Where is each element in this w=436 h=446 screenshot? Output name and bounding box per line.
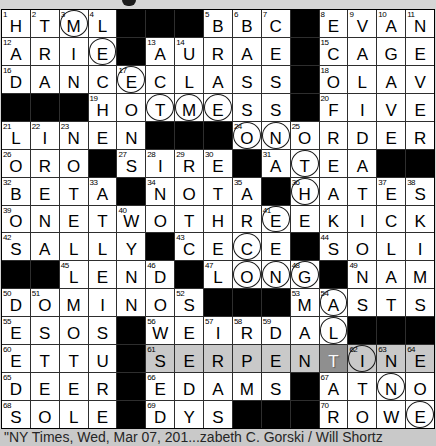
cell-r2c14[interactable]: G [377,38,405,65]
cell-letter: E [320,158,348,176]
cell-r13c1[interactable]: 60E [2,345,30,372]
cell-letter: N [60,74,88,92]
cell-r15c14[interactable]: W [377,401,405,428]
cell-letter: E [117,74,145,92]
cell-letter: E [89,46,117,64]
cell-r8c2[interactable]: N [31,206,59,233]
cell-letter: A [291,325,319,343]
cell-r5c10[interactable]: N [262,122,290,149]
cell-r5c13[interactable]: D [348,122,376,149]
cell-letter: S [117,158,145,176]
cell-r12c10[interactable]: 59D [262,317,290,344]
cell-letter: G [377,46,405,64]
cell-letter: A [204,381,232,399]
cell-letter: N [117,269,145,287]
cell-r13c15[interactable]: 64E [406,345,434,372]
cell-letter: M [406,269,434,287]
cell-letter: I [89,297,117,315]
cell-r9c2[interactable]: A [31,233,59,260]
cell-letter: O [320,74,348,92]
cell-letter: Y [117,241,145,259]
cell-r12c12[interactable]: L [320,317,348,344]
cell-r12c9[interactable]: 58R [233,317,261,344]
cell-letter: T [146,102,174,120]
cell-r10c14[interactable]: A [377,261,405,288]
cell-r6c11[interactable]: T [291,150,319,177]
cell-r6c4 [89,150,117,177]
cell-r2c10[interactable]: E [262,38,290,65]
cell-letter: M [291,297,319,315]
cell-letter: A [233,46,261,64]
cell-r7c9[interactable]: 35A [233,178,261,205]
cell-r1c15[interactable]: 11N [406,10,434,37]
cell-r9c7[interactable]: 43C [175,233,203,260]
cell-r1c11 [291,10,319,37]
cell-r6c7[interactable]: 29R [175,150,203,177]
cell-r13c13[interactable]: 62I [348,345,376,372]
cell-r8c10[interactable]: 41E [262,206,290,233]
cell-r2c1[interactable]: 12A [2,38,30,65]
cell-r15c3[interactable]: L [60,401,88,428]
cell-r14c1[interactable]: 65D [2,373,30,400]
cell-letter: D [2,297,30,315]
cell-r9c10[interactable]: E [262,233,290,260]
cell-r7c6[interactable]: 34N [146,178,174,205]
cell-r10c10[interactable]: N [262,261,290,288]
cell-r11c11[interactable]: 53M [291,289,319,316]
cell-r7c7[interactable]: O [175,178,203,205]
cell-r4c7[interactable]: M [175,94,203,121]
cell-r1c5 [117,10,145,37]
cell-letter: S [2,241,30,259]
cell-r10c13[interactable]: 49N [348,261,376,288]
cell-r8c11[interactable]: E [291,206,319,233]
cell-r12c3[interactable]: O [60,317,88,344]
cell-r11c2[interactable]: 51O [31,289,59,316]
cell-r2c5 [117,38,145,65]
cell-r4c8[interactable]: E [204,94,232,121]
cell-letter: R [175,158,203,176]
cell-r12c1[interactable]: 55E [2,317,30,344]
cell-r3c15[interactable]: V [406,66,434,93]
cell-r5c4[interactable]: E [89,122,117,149]
cell-letter: G [291,269,319,287]
cell-r8c7[interactable]: T [175,206,203,233]
cell-letter: N [348,269,376,287]
cell-r4c1 [2,94,30,121]
cell-r11c6[interactable]: O [146,289,174,316]
cell-r7c3[interactable]: T [60,178,88,205]
cell-r7c11[interactable]: 36H [291,178,319,205]
cell-r13c6[interactable]: 61S [146,345,174,372]
cell-r12c8[interactable]: 57I [204,317,232,344]
cell-letter: K [406,213,434,231]
cell-r7c5 [117,178,145,205]
cell-r6c6[interactable]: 28I [146,150,174,177]
cell-letter: N [146,186,174,204]
cell-r5c3[interactable]: 23N [60,122,88,149]
cell-r1c8[interactable]: 5B [204,10,232,37]
cell-r1c4[interactable]: 4L [89,10,117,37]
cell-letter: D [2,74,30,92]
cell-letter: I [406,241,434,259]
cell-r7c15[interactable]: 38S [406,178,434,205]
cell-r1c2[interactable]: 2T [31,10,59,37]
cell-r11c1[interactable]: 50D [2,289,30,316]
cell-r4c12[interactable]: 20F [320,94,348,121]
cell-r10c11[interactable]: 48G [291,261,319,288]
cell-letter: E [406,409,434,427]
cell-r2c4[interactable]: E [89,38,117,65]
cell-r6c14 [377,150,405,177]
cell-r10c6[interactable]: 46D [146,261,174,288]
cell-r14c15[interactable]: O [406,373,434,400]
cell-r7c12[interactable]: A [320,178,348,205]
cell-r9c13[interactable]: O [348,233,376,260]
cell-r11c12[interactable]: 54A [320,289,348,316]
cell-r11c14[interactable]: T [377,289,405,316]
cell-r8c1[interactable]: 39O [2,206,30,233]
cell-letter: E [2,353,30,371]
cell-r14c14[interactable]: N [377,373,405,400]
cell-r3c6[interactable]: C [146,66,174,93]
cell-letter: E [204,241,232,259]
cell-r12c14 [377,317,405,344]
cell-r11c7[interactable]: 52S [175,289,203,316]
cell-letter: S [146,353,174,371]
cell-letter: L [348,74,376,92]
cell-r14c9[interactable]: M [233,373,261,400]
cell-r8c13[interactable]: I [348,206,376,233]
cell-letter: U [175,46,203,64]
cell-r13c10[interactable]: E [262,345,290,372]
cell-r5c15[interactable]: R [406,122,434,149]
cell-letter: A [377,74,405,92]
cell-r12c11[interactable]: A [291,317,319,344]
cell-letter: R [31,158,59,176]
cell-r11c9 [233,289,261,316]
cell-r14c7[interactable]: D [175,373,203,400]
cell-r9c3[interactable]: L [60,233,88,260]
cell-r3c13[interactable]: L [348,66,376,93]
cell-letter: O [146,297,174,315]
cell-letter: E [406,46,434,64]
cell-r9c5[interactable]: Y [117,233,145,260]
cell-r14c3[interactable]: E [60,373,88,400]
cell-r13c14[interactable]: 63N [377,345,405,372]
cell-r10c4[interactable]: E [89,261,117,288]
cell-r8c9[interactable]: R [233,206,261,233]
cell-letter: D [2,381,30,399]
cell-r1c12[interactable]: 8E [320,10,348,37]
cell-r2c9[interactable]: A [233,38,261,65]
cell-letter: E [204,102,232,120]
cell-letter: D [262,325,290,343]
cell-r12c7[interactable]: E [175,317,203,344]
cell-r12c6[interactable]: 56W [146,317,174,344]
cell-letter: T [60,353,88,371]
cell-r5c12[interactable]: R [320,122,348,149]
cell-letter: R [320,409,348,427]
cell-letter: K [320,213,348,231]
cell-r9c4[interactable]: L [89,233,117,260]
cell-r11c13[interactable]: S [348,289,376,316]
cell-r15c7[interactable]: Y [175,401,203,428]
cell-r7c4[interactable]: 33A [89,178,117,205]
cell-r15c4[interactable]: E [89,401,117,428]
cell-r4c9[interactable]: S [233,94,261,121]
cell-letter: U [89,353,117,371]
cell-letter: N [291,353,319,371]
cell-r3c5[interactable]: 17E [117,66,145,93]
cell-r1c14[interactable]: 10A [377,10,405,37]
cell-r8c3[interactable]: E [60,206,88,233]
cell-letter: O [233,130,261,148]
cell-r9c12[interactable]: 44S [320,233,348,260]
cell-r2c12[interactable]: 15C [320,38,348,65]
cell-r4c14[interactable]: V [377,94,405,121]
cell-letter: T [204,186,232,204]
cell-r15c8[interactable]: S [204,401,232,428]
cell-r4c13[interactable]: I [348,94,376,121]
cell-letter: B [204,18,232,36]
cell-r1c6 [146,10,174,37]
cell-r3c7[interactable]: L [175,66,203,93]
cell-r13c12[interactable]: T [320,345,348,372]
cell-r1c9[interactable]: 6B [233,10,261,37]
cell-r6c3[interactable]: O [60,150,88,177]
cell-letter: H [89,102,117,120]
cell-letter: E [31,186,59,204]
cell-r5c2[interactable]: 22I [31,122,59,149]
cell-r3c2[interactable]: A [31,66,59,93]
cell-r10c9[interactable]: O [233,261,261,288]
cell-r9c8[interactable]: E [204,233,232,260]
cell-r8c6[interactable]: O [146,206,174,233]
cell-r7c14[interactable]: 37E [377,178,405,205]
cell-r2c3[interactable]: I [60,38,88,65]
cell-r5c9[interactable]: 24O [233,122,261,149]
cell-letter: H [291,186,319,204]
cell-r4c10[interactable]: S [262,94,290,121]
cell-r1c10[interactable]: 7C [262,10,290,37]
cell-r8c12[interactable]: K [320,206,348,233]
cell-letter: T [31,353,59,371]
cell-r14c2[interactable]: E [31,373,59,400]
cell-r10c2 [31,261,59,288]
cell-r11c15[interactable]: S [406,289,434,316]
cell-letter: C [320,46,348,64]
cell-r8c15[interactable]: K [406,206,434,233]
cell-r4c5[interactable]: O [117,94,145,121]
cell-r14c10[interactable]: S [262,373,290,400]
cell-r2c11 [291,38,319,65]
cell-letter: E [291,213,319,231]
cell-r6c1[interactable]: 26O [2,150,30,177]
cell-r3c1[interactable]: 16D [2,66,30,93]
cell-r10c5[interactable]: N [117,261,145,288]
cell-r6c8[interactable]: 30E [204,150,232,177]
cell-r13c7[interactable]: E [175,345,203,372]
cell-r13c8[interactable]: R [204,345,232,372]
cell-r3c9[interactable]: S [233,66,261,93]
cell-r15c15[interactable]: E [406,401,434,428]
cell-r2c13[interactable]: A [348,38,376,65]
cell-r14c6[interactable]: 66E [146,373,174,400]
cell-r13c9[interactable]: P [233,345,261,372]
cell-r14c13[interactable]: T [348,373,376,400]
cell-letter: T [348,186,376,204]
cell-letter: E [406,102,434,120]
cell-letter: S [406,297,434,315]
cell-r3c8[interactable]: A [204,66,232,93]
cell-r12c4[interactable]: S [89,317,117,344]
cell-r5c11[interactable]: 25O [291,122,319,149]
cell-r13c3[interactable]: T [60,345,88,372]
cell-r7c13[interactable]: T [348,178,376,205]
cell-r3c10[interactable]: S [262,66,290,93]
cell-letter: E [60,213,88,231]
cell-r10c15[interactable]: M [406,261,434,288]
cell-letter: W [146,325,174,343]
crossword-grid[interactable]: 1H2T3M4L5B6B7C8E9V10A11N12ARIE13A14URAE1… [1,9,435,429]
cell-r13c11[interactable]: N [291,345,319,372]
cell-r14c4[interactable]: R [89,373,117,400]
cell-letter: T [320,353,348,371]
cell-letter: E [89,269,117,287]
cell-r9c9[interactable]: C [233,233,261,260]
cell-r8c14[interactable]: C [377,206,405,233]
cell-r6c2[interactable]: R [31,150,59,177]
cell-r15c2[interactable]: O [31,401,59,428]
cell-r12c5 [117,317,145,344]
cell-r14c12[interactable]: 67A [320,373,348,400]
cell-r7c10 [262,178,290,205]
cell-r8c5[interactable]: 40W [117,206,145,233]
cell-letter: E [204,158,232,176]
cell-r12c2[interactable]: S [31,317,59,344]
cell-r15c12[interactable]: 70R [320,401,348,428]
cell-r3c12[interactable]: 18O [320,66,348,93]
cell-letter: E [406,353,434,371]
cell-r14c8[interactable]: A [204,373,232,400]
cell-r10c12 [320,261,348,288]
cell-letter: A [377,269,405,287]
cell-r5c14[interactable]: E [377,122,405,149]
cell-r4c4[interactable]: 19H [89,94,117,121]
cell-r3c4[interactable]: C [89,66,117,93]
cell-letter: S [233,102,261,120]
cell-letter: T [348,381,376,399]
cell-letter: A [320,381,348,399]
cell-letter: E [175,325,203,343]
cell-letter: H [2,18,30,36]
cell-r15c5 [117,401,145,428]
cell-r9c1[interactable]: 42S [2,233,30,260]
cell-r15c13[interactable]: O [348,401,376,428]
cell-r2c8[interactable]: R [204,38,232,65]
cell-r13c4[interactable]: U [89,345,117,372]
cell-r3c11 [291,66,319,93]
cell-r7c1[interactable]: 32B [2,178,30,205]
cell-r4c15[interactable]: E [406,94,434,121]
cell-letter: L [60,269,88,287]
cell-r7c8[interactable]: T [204,178,232,205]
cell-r6c13[interactable]: A [348,150,376,177]
cell-r2c6[interactable]: 13A [146,38,174,65]
cell-letter: A [2,46,30,64]
cell-r1c3[interactable]: 3M [60,10,88,37]
cell-r6c9 [233,150,261,177]
cell-r4c6[interactable]: T [146,94,174,121]
cell-r8c4[interactable]: T [89,206,117,233]
cell-r11c10 [262,289,290,316]
cell-r15c6[interactable]: 69D [146,401,174,428]
cell-r13c2[interactable]: T [31,345,59,372]
cell-letter: R [204,46,232,64]
cell-letter: T [31,18,59,36]
cell-letter: T [175,213,203,231]
cell-r2c7[interactable]: 14U [175,38,203,65]
cell-r11c4[interactable]: I [89,289,117,316]
cell-letter: N [406,18,434,36]
cell-r3c3[interactable]: N [60,66,88,93]
cell-letter: N [117,130,145,148]
cell-letter: R [233,213,261,231]
cell-letter: E [175,353,203,371]
cell-r2c2[interactable]: R [31,38,59,65]
cell-r9c15[interactable]: I [406,233,434,260]
cell-r4c3 [60,94,88,121]
cell-letter: S [204,409,232,427]
cell-letter: E [262,241,290,259]
cell-letter: S [262,74,290,92]
cell-r8c8[interactable]: H [204,206,232,233]
cell-letter: A [31,74,59,92]
cell-r7c2[interactable]: E [31,178,59,205]
toolbar-icon-fragment [122,0,136,6]
cell-r1c1[interactable]: 1H [2,10,30,37]
window-top-strip [0,0,436,9]
cell-letter: A [320,297,348,315]
cell-r10c8[interactable]: 47L [204,261,232,288]
cell-letter: C [89,74,117,92]
cell-r4c2 [31,94,59,121]
cell-r2c15[interactable]: E [406,38,434,65]
cell-r6c5[interactable]: 27S [117,150,145,177]
cell-r11c5[interactable]: N [117,289,145,316]
cell-r6c12[interactable]: E [320,150,348,177]
cell-letter: I [348,102,376,120]
cell-r6c10[interactable]: 31A [262,150,290,177]
cell-letter: C [377,213,405,231]
cell-letter: P [233,353,261,371]
cell-r5c5[interactable]: N [117,122,145,149]
cell-letter: A [377,18,405,36]
cell-r15c9 [233,401,261,428]
cell-r6c15 [406,150,434,177]
cell-r11c3[interactable]: M [60,289,88,316]
cell-r10c3[interactable]: 45L [60,261,88,288]
cell-r15c1[interactable]: 68S [2,401,30,428]
cell-r9c14[interactable]: L [377,233,405,260]
cell-r3c14[interactable]: A [377,66,405,93]
cell-r5c1[interactable]: 21L [2,122,30,149]
cell-r1c13[interactable]: 9V [348,10,376,37]
cell-letter: T [60,186,88,204]
cell-letter: T [291,158,319,176]
cell-letter: O [60,325,88,343]
